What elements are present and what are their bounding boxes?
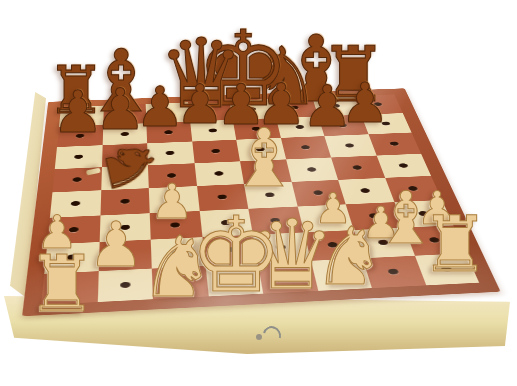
light-rook-a1: ♜ [27, 245, 97, 323]
photo-stage: ♜♝♛♚♞♝♜♟♟♟♟♟♟♟♟♞♝♟♟♟♟♟♟♝♜♞♚♛♞♜ [0, 0, 517, 386]
dark-pawn-a7: ♟ [52, 83, 104, 141]
pieces-layer: ♜♝♛♚♞♝♜♟♟♟♟♟♟♟♟♞♝♟♟♟♟♟♟♝♜♞♚♛♞♜ [0, 0, 517, 386]
dark-pawn-g7: ♟ [301, 78, 352, 135]
light-knight-c1: ♞ [139, 225, 214, 309]
light-bishop-e5: ♝ [228, 119, 300, 199]
light-rook-h1: ♜ [420, 206, 489, 283]
